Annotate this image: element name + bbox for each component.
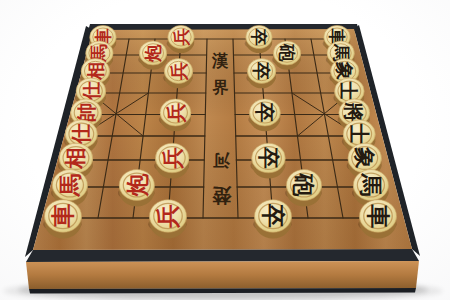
piece-character: 兵 xyxy=(171,28,191,46)
river-label-upper-1: 漢 xyxy=(211,51,229,70)
piece-black-cannon[interactable]: 砲 xyxy=(285,170,322,207)
piece-character: 卒 xyxy=(253,102,277,123)
piece-red-soldier[interactable]: 兵 xyxy=(154,143,189,178)
piece-red-chariot[interactable]: 車 xyxy=(43,200,81,239)
piece-character: 炮 xyxy=(143,44,163,63)
piece-character: 馬 xyxy=(57,174,83,198)
xiangqi-photo-stage: 漢界河楚車兵卒車馬炮砲馬相兵卒象仕士帥兵卒將仕士相兵卒象馬炮砲馬車兵卒車 xyxy=(0,0,450,300)
piece-character: 炮 xyxy=(124,173,150,197)
piece-character: 卒 xyxy=(256,146,281,169)
river-label-lower-1: 楚 xyxy=(212,185,233,207)
piece-character: 兵 xyxy=(154,204,182,229)
piece-black-chariot[interactable]: 車 xyxy=(358,200,396,239)
piece-character: 士 xyxy=(338,81,360,101)
piece-character: 兵 xyxy=(160,147,185,170)
piece-character: 車 xyxy=(49,204,77,228)
front-rim xyxy=(26,249,419,262)
piece-black-soldier[interactable]: 卒 xyxy=(250,143,285,178)
piece-character: 兵 xyxy=(168,62,189,81)
piece-character: 砲 xyxy=(277,43,297,62)
river-label-lower-2: 河 xyxy=(213,151,231,171)
piece-character: 兵 xyxy=(164,102,188,123)
piece-character: 卒 xyxy=(259,203,287,228)
piece-character: 象 xyxy=(334,61,355,80)
piece-character: 砲 xyxy=(291,173,317,197)
piece-character: 象 xyxy=(352,146,377,169)
piece-character: 士 xyxy=(347,123,371,145)
piece-black-soldier[interactable]: 卒 xyxy=(253,200,291,239)
piece-character: 卒 xyxy=(251,61,272,80)
piece-character: 將 xyxy=(342,102,366,123)
xiangqi-board: 漢界河楚車兵卒車馬炮砲馬相兵卒象仕士帥兵卒將仕士相兵卒象馬炮砲馬車兵卒車 xyxy=(0,0,450,300)
piece-character: 相 xyxy=(63,147,88,170)
front-face xyxy=(26,261,419,289)
piece-character: 馬 xyxy=(358,173,384,197)
piece-red-cannon[interactable]: 炮 xyxy=(118,170,155,207)
piece-character: 帥 xyxy=(74,103,98,123)
piece-character: 卒 xyxy=(249,29,269,46)
piece-character: 車 xyxy=(364,204,392,228)
piece-character: 仕 xyxy=(80,81,102,101)
piece-character: 仕 xyxy=(69,123,93,145)
river-label-upper-2: 界 xyxy=(212,78,229,97)
piece-red-soldier[interactable]: 兵 xyxy=(148,200,186,239)
